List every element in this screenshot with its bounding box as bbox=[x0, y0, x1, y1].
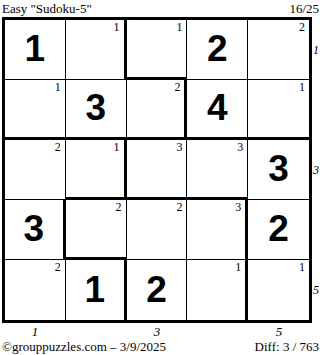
pencil-clue: 1 bbox=[55, 80, 61, 94]
cell-r4c1[interactable]: 3 bbox=[5, 200, 66, 260]
cell-r5c4[interactable]: 1 bbox=[187, 260, 248, 320]
cell-r4c3[interactable]: 2 bbox=[127, 200, 188, 260]
placed-digit: 2 bbox=[207, 30, 228, 69]
pencil-clue: 1 bbox=[299, 80, 305, 94]
pencil-clue: 3 bbox=[237, 140, 243, 154]
pencil-clue: 2 bbox=[176, 200, 182, 214]
pencil-clue: 2 bbox=[299, 20, 305, 34]
pencil-clue: 1 bbox=[299, 260, 305, 274]
cell-r3c4[interactable]: 3 bbox=[187, 140, 248, 200]
cell-r2c1[interactable]: 1 bbox=[5, 80, 66, 140]
row-label-5: 5 bbox=[313, 283, 320, 297]
placed-digit: 2 bbox=[146, 271, 167, 310]
cell-r1c4[interactable]: 2 bbox=[187, 20, 248, 80]
progress-counter: 16/25 bbox=[289, 1, 319, 17]
cell-r3c1[interactable]: 2 bbox=[5, 140, 66, 200]
placed-digit: 3 bbox=[24, 210, 45, 249]
placed-digit: 3 bbox=[85, 89, 106, 128]
cell-r5c1[interactable]: 2 bbox=[5, 260, 66, 320]
col-label-1: 1 bbox=[29, 325, 41, 339]
copyright-text: ©grouppuzzles.com – 3/9/2025 bbox=[2, 339, 166, 355]
cell-r2c4[interactable]: 4 bbox=[187, 80, 248, 140]
puzzle-title: Easy "Sudoku-5" bbox=[2, 1, 92, 17]
pencil-clue: 2 bbox=[55, 260, 61, 274]
cell-r5c2[interactable]: 1 bbox=[66, 260, 127, 320]
header: Easy "Sudoku-5" 16/25 bbox=[0, 0, 320, 17]
puzzle-page: Easy "Sudoku-5" 16/25 111221324121333322… bbox=[0, 0, 320, 355]
cell-r5c5[interactable]: 1 bbox=[248, 260, 309, 320]
pencil-clue: 1 bbox=[235, 260, 241, 274]
pencil-clue: 1 bbox=[176, 20, 182, 34]
pencil-clue: 2 bbox=[174, 80, 180, 94]
placed-digit: 3 bbox=[268, 150, 289, 189]
col-label-5: 5 bbox=[273, 325, 285, 339]
row-label-1: 1 bbox=[313, 43, 320, 57]
row-label-3: 3 bbox=[313, 163, 320, 177]
difficulty-text: Diff: 3 / 763 bbox=[255, 339, 319, 355]
cell-r1c3[interactable]: 1 bbox=[127, 20, 188, 80]
cell-r3c3[interactable]: 3 bbox=[127, 140, 188, 200]
col-label-3: 3 bbox=[151, 325, 163, 339]
cell-r3c5[interactable]: 3 bbox=[248, 140, 309, 200]
pencil-clue: 2 bbox=[116, 200, 122, 214]
pencil-clue: 1 bbox=[114, 140, 120, 154]
cell-r3c2[interactable]: 1 bbox=[66, 140, 127, 200]
cell-r4c4[interactable]: 3 bbox=[187, 200, 248, 260]
placed-digit: 1 bbox=[84, 271, 105, 310]
cell-r2c5[interactable]: 1 bbox=[248, 80, 309, 140]
cell-r1c1[interactable]: 1 bbox=[5, 20, 66, 80]
cell-r2c2[interactable]: 3 bbox=[66, 80, 127, 140]
cell-r1c2[interactable]: 1 bbox=[66, 20, 127, 80]
pencil-clue: 1 bbox=[114, 20, 120, 34]
footer: ©grouppuzzles.com – 3/9/2025 Diff: 3 / 7… bbox=[0, 339, 320, 355]
cell-r4c5[interactable]: 2 bbox=[248, 200, 309, 260]
placed-digit: 4 bbox=[207, 89, 228, 128]
cell-r5c3[interactable]: 2 bbox=[127, 260, 188, 320]
cell-r2c3[interactable]: 2 bbox=[127, 80, 188, 140]
placed-digit: 2 bbox=[268, 210, 289, 249]
cell-r4c2[interactable]: 2 bbox=[66, 200, 127, 260]
board-grid: 1112213241213333223221211 bbox=[2, 17, 312, 323]
cell-r1c5[interactable]: 2 bbox=[248, 20, 309, 80]
pencil-clue: 3 bbox=[176, 140, 182, 154]
placed-digit: 1 bbox=[25, 30, 46, 69]
pencil-clue: 2 bbox=[55, 140, 61, 154]
pencil-clue: 3 bbox=[235, 200, 241, 214]
